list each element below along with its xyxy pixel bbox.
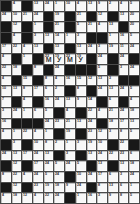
grid-cell-r10c7[interactable]: 13 [65, 97, 75, 107]
code-number: 3 [77, 33, 79, 37]
grid-cell-r12c5[interactable]: 24 [44, 119, 54, 129]
black-cell-r13c6 [54, 129, 64, 139]
grid-cell-r15c2[interactable]: 13 [12, 151, 22, 161]
grid-cell-r1c10[interactable]: 9 [97, 1, 107, 11]
code-number: 24 [34, 151, 38, 155]
grid-cell-r8c1[interactable]: 4 [1, 76, 11, 86]
code-number: 12 [98, 12, 102, 16]
grid-cell-r5c12[interactable]: 11 [119, 44, 129, 54]
code-number: 8 [2, 172, 4, 176]
grid-cell-r19c5[interactable]: 22 [44, 193, 54, 203]
grid-cell-r1c8[interactable]: 4 [76, 1, 86, 11]
grid-cell-r9c10[interactable]: 24 [97, 86, 107, 96]
grid-cell-r13c12[interactable]: 8 [119, 129, 129, 139]
grid-cell-r14c2[interactable]: 3 [12, 140, 22, 150]
grid-cell-r4c6[interactable]: 14 [54, 33, 64, 43]
grid-cell-r18c2[interactable]: 12 [12, 183, 22, 193]
grid-cell-r10c11[interactable]: 6 [108, 97, 118, 107]
grid-cell-r8c9[interactable]: 12 [87, 76, 97, 86]
grid-cell-r16c10[interactable]: 13 [97, 161, 107, 171]
grid-cell-r19c4[interactable]: 4 [33, 193, 43, 203]
code-number: 23 [55, 119, 59, 123]
code-number: 5 [130, 86, 132, 90]
codeword-puzzle: 4132411041392452410212419211213201212152… [0, 0, 140, 204]
grid-cell-r3c4[interactable]: 1 [33, 22, 43, 32]
grid-cell-r7c1[interactable]: 22 [1, 65, 11, 75]
grid-cell-r14c8[interactable]: 3 [76, 140, 86, 150]
puzzle-grid: 4132411041392452410212419211213201212152… [0, 0, 140, 204]
grid-cell-r18c10[interactable]: 8 [97, 183, 107, 193]
code-number: 4 [34, 129, 36, 133]
grid-cell-r14c10[interactable]: 10 [97, 140, 107, 150]
grid-cell-r17c11[interactable]: 6 [108, 172, 118, 182]
grid-cell-r4c5[interactable]: 13 [44, 33, 54, 43]
grid-cell-r18c12[interactable]: 6 [119, 183, 129, 193]
grid-cell-r2c10[interactable]: 12 [97, 12, 107, 22]
grid-cell-r5c3[interactable]: 4 [22, 44, 32, 54]
black-cell-r7c11 [108, 65, 118, 75]
grid-cell-r17c10[interactable]: 17 [97, 172, 107, 182]
grid-cell-r8c6[interactable]: 4 [54, 76, 64, 86]
grid-cell-r13c5[interactable]: 1 [44, 129, 54, 139]
code-number: 4 [66, 108, 68, 112]
grid-cell-r15c1[interactable]: 24 [1, 151, 11, 161]
code-number: 12 [23, 193, 27, 197]
grid-cell-r5c10[interactable]: 3 [97, 44, 107, 54]
code-number: 13 [34, 1, 38, 5]
grid-cell-r8c8[interactable]: 15 [76, 76, 86, 86]
grid-cell-r19c10[interactable]: 3 [97, 193, 107, 203]
grid-cell-r17c3[interactable]: 4 [22, 172, 32, 182]
grid-cell-r15c7[interactable]: 3 [65, 151, 75, 161]
code-number: 3 [109, 76, 111, 80]
grid-cell-r2c12[interactable]: 13 [119, 12, 129, 22]
grid-cell-r8c11[interactable]: 3 [108, 76, 118, 86]
given-letter: У [76, 56, 86, 64]
grid-cell-r10c5[interactable]: 16 [44, 97, 54, 107]
grid-cell-r17c8[interactable]: 10 [76, 172, 86, 182]
grid-cell-r2c3[interactable]: 21 [22, 12, 32, 22]
code-number: 3 [120, 65, 122, 69]
code-number: 4 [2, 129, 4, 133]
letter-cell-r6c8[interactable]: 19У [76, 54, 86, 64]
code-number: 21 [109, 108, 113, 112]
code-number: 8 [120, 193, 122, 197]
grid-cell-r5c8[interactable]: 13 [76, 44, 86, 54]
code-number: 10 [66, 1, 70, 5]
grid-cell-r9c2[interactable]: 13 [12, 86, 22, 96]
grid-cell-r15c10[interactable]: 24 [97, 151, 107, 161]
code-number: 3 [98, 44, 100, 48]
black-cell-r9c7 [65, 86, 75, 96]
grid-cell-r17c13[interactable]: 24 [129, 172, 139, 182]
grid-cell-r16c4[interactable]: 17 [33, 161, 43, 171]
grid-cell-r4c2[interactable]: 4 [12, 33, 22, 43]
grid-cell-r11c5[interactable]: 5 [44, 108, 54, 118]
black-cell-r15c8 [76, 151, 86, 161]
grid-cell-r10c13[interactable]: 4 [129, 97, 139, 107]
given-letter: М [65, 56, 75, 64]
code-number: 24 [98, 151, 102, 155]
code-number: 17 [23, 151, 27, 155]
code-number: 13 [88, 1, 92, 5]
grid-cell-r5c6[interactable]: 13 [54, 44, 64, 54]
grid-cell-r15c11[interactable]: 22 [108, 151, 118, 161]
code-number: 24 [88, 44, 92, 48]
grid-cell-r5c9[interactable]: 24 [87, 44, 97, 54]
grid-cell-r4c4[interactable]: 3 [33, 33, 43, 43]
grid-cell-r16c13[interactable]: 18 [129, 161, 139, 171]
code-number: 13 [13, 151, 17, 155]
code-number: 3 [120, 172, 122, 176]
grid-cell-r19c6[interactable]: 24 [54, 193, 64, 203]
grid-cell-r3c8[interactable]: 5 [76, 22, 86, 32]
code-number: 1 [23, 54, 25, 58]
grid-cell-r4c12[interactable]: 16 [119, 33, 129, 43]
black-cell-r6c11 [108, 54, 118, 64]
given-letter: У [54, 56, 64, 64]
grid-cell-r2c1[interactable]: 24 [1, 12, 11, 22]
grid-cell-r3c9[interactable]: 21 [87, 22, 97, 32]
grid-cell-r18c5[interactable]: 19 [44, 183, 54, 193]
grid-cell-r1c12[interactable]: 4 [119, 1, 129, 11]
grid-cell-r15c9[interactable]: 13 [87, 151, 97, 161]
code-number: 24 [130, 44, 134, 48]
black-cell-r18c9 [87, 183, 97, 193]
grid-cell-r19c13[interactable]: 5 [129, 193, 139, 203]
code-number: 13 [45, 33, 49, 37]
code-number: 5 [98, 65, 100, 69]
code-number: 7 [2, 97, 4, 101]
code-number: 21 [88, 22, 92, 26]
code-number: 4 [23, 44, 25, 48]
grid-cell-r16c6[interactable]: 5 [54, 161, 64, 171]
black-cell-r2c7 [65, 12, 75, 22]
code-number: 12 [13, 183, 17, 187]
code-number: 22 [2, 65, 6, 69]
grid-cell-r9c12[interactable]: 24 [119, 86, 129, 96]
code-number: 23 [120, 151, 124, 155]
code-number: 1 [23, 108, 25, 112]
code-number: 13 [120, 161, 124, 165]
code-number: 5 [130, 1, 132, 5]
grid-cell-r17c4[interactable]: 24 [33, 172, 43, 182]
code-number: 21 [66, 119, 70, 123]
grid-cell-r11c9[interactable]: 22 [87, 108, 97, 118]
grid-cell-r15c13[interactable]: 6 [129, 151, 139, 161]
black-cell-r18c3 [22, 183, 32, 193]
grid-cell-r14c7[interactable]: 1 [65, 140, 75, 150]
code-number: 13 [109, 22, 113, 26]
grid-cell-r4c8[interactable]: 3 [76, 33, 86, 43]
grid-cell-r18c6[interactable]: 18 [54, 183, 64, 193]
grid-cell-r4c11[interactable]: 1 [108, 33, 118, 43]
code-number: 1 [130, 183, 132, 187]
grid-cell-r5c4[interactable]: 13 [33, 44, 43, 54]
grid-cell-r16c2[interactable]: 12 [12, 161, 22, 171]
code-number: 22 [109, 151, 113, 155]
grid-cell-r3c2[interactable]: 12 [12, 22, 22, 32]
grid-cell-r17c9[interactable]: 24 [87, 172, 97, 182]
grid-cell-r18c4[interactable]: 23 [33, 183, 43, 193]
grid-cell-r11c12[interactable]: 24 [119, 108, 129, 118]
grid-cell-r13c1[interactable]: 4 [1, 129, 11, 139]
grid-cell-r7c10[interactable]: 5 [97, 65, 107, 75]
grid-cell-r7c2[interactable]: 18 [12, 65, 22, 75]
grid-cell-r6c1[interactable]: 4 [1, 54, 11, 64]
grid-cell-r11c11[interactable]: 21 [108, 108, 118, 118]
grid-cell-r15c12[interactable]: 23 [119, 151, 129, 161]
grid-cell-r15c4[interactable]: 24 [33, 151, 43, 161]
grid-cell-r9c13[interactable]: 5 [129, 86, 139, 96]
black-cell-r3c1 [1, 22, 11, 32]
grid-cell-r5c2[interactable]: 22 [12, 44, 22, 54]
grid-cell-r6c10[interactable]: 24 [97, 54, 107, 64]
grid-cell-r8c7[interactable]: 16 [65, 76, 75, 86]
grid-cell-r12c11[interactable]: 18 [108, 119, 118, 129]
code-number: 21 [77, 12, 81, 16]
code-number: 6 [34, 108, 36, 112]
code-number: 13 [45, 151, 49, 155]
code-number: 3 [77, 140, 79, 144]
code-number: 3 [66, 151, 68, 155]
code-number: 13 [77, 44, 81, 48]
grid-cell-r12c12[interactable]: 17 [119, 119, 129, 129]
letter-cell-r6c7[interactable]: 23М [65, 54, 75, 64]
code-number: 22 [45, 193, 49, 197]
code-number: 8 [98, 183, 100, 187]
code-number: 14 [88, 97, 92, 101]
grid-cell-r5c11[interactable]: 19 [108, 44, 118, 54]
grid-cell-r2c2[interactable]: 10 [12, 12, 22, 22]
black-cell-r6c13 [129, 54, 139, 64]
grid-cell-r1c6[interactable]: 1 [54, 1, 64, 11]
grid-cell-r1c7[interactable]: 10 [65, 1, 75, 11]
grid-cell-r18c7[interactable]: 9 [65, 183, 75, 193]
grid-cell-r5c13[interactable]: 24 [129, 44, 139, 54]
code-number: 4 [98, 22, 100, 26]
grid-cell-r16c7[interactable]: 24 [65, 161, 75, 171]
code-number: 13 [109, 86, 113, 90]
code-number: 22 [88, 108, 92, 112]
grid-cell-r1c2[interactable]: 4 [12, 1, 22, 11]
grid-cell-r4c7[interactable]: 1 [65, 33, 75, 43]
grid-cell-r4c13[interactable]: 5 [129, 33, 139, 43]
grid-cell-r13c9[interactable]: 23 [87, 129, 97, 139]
code-number: 22 [120, 140, 124, 144]
grid-cell-r3c13[interactable]: 20 [129, 22, 139, 32]
grid-cell-r7c6[interactable]: 24 [54, 65, 64, 75]
grid-cell-r19c8[interactable]: 1 [76, 193, 86, 203]
code-number: 6 [130, 151, 132, 155]
grid-cell-r13c13[interactable]: 5 [129, 129, 139, 139]
code-number: 5 [77, 161, 79, 165]
code-number: 19 [66, 129, 70, 133]
code-number: 4 [98, 108, 100, 112]
grid-cell-r14c4[interactable]: 10 [33, 140, 43, 150]
black-cell-r7c7 [65, 65, 75, 75]
code-number: 9 [66, 183, 68, 187]
code-number: 1 [109, 33, 111, 37]
grid-cell-r13c3[interactable]: 22 [22, 129, 32, 139]
code-number: 6 [109, 97, 111, 101]
grid-cell-r19c12[interactable]: 8 [119, 193, 129, 203]
code-number: 19 [109, 44, 113, 48]
grid-cell-r6c12[interactable]: 24 [119, 54, 129, 64]
black-cell-r7c9 [87, 65, 97, 75]
code-number: 22 [13, 44, 17, 48]
letter-cell-r6c5[interactable]: 23М [44, 54, 54, 64]
grid-cell-r9c8[interactable]: 8 [76, 86, 86, 96]
code-number: 23 [34, 183, 38, 187]
grid-cell-r11c3[interactable]: 1 [22, 108, 32, 118]
grid-cell-r17c2[interactable]: 22 [12, 172, 22, 182]
code-number: 13 [98, 76, 102, 80]
code-number: 24 [34, 12, 38, 16]
black-cell-r2c9 [87, 12, 97, 22]
grid-cell-r17c6[interactable]: 24 [54, 172, 64, 182]
grid-cell-r12c6[interactable]: 23 [54, 119, 64, 129]
code-number: 23 [88, 129, 92, 133]
grid-cell-r3c6[interactable]: 21 [54, 22, 64, 32]
grid-cell-r19c3[interactable]: 12 [22, 193, 32, 203]
black-cell-r10c2 [12, 97, 22, 107]
grid-cell-r2c4[interactable]: 24 [33, 12, 43, 22]
letter-cell-r6c6[interactable]: 19У [54, 54, 64, 64]
grid-cell-r12c9[interactable]: 24 [87, 119, 97, 129]
grid-cell-r10c8[interactable]: 9 [76, 97, 86, 107]
black-cell-r7c8 [76, 65, 86, 75]
code-number: 24 [98, 54, 102, 58]
code-number: 24 [34, 172, 38, 176]
grid-cell-r11c7[interactable]: 4 [65, 108, 75, 118]
code-number: 1 [66, 33, 68, 37]
grid-cell-r14c5[interactable]: 8 [44, 140, 54, 150]
grid-cell-r7c4[interactable]: 8 [33, 65, 43, 75]
grid-cell-r1c9[interactable]: 13 [87, 1, 97, 11]
grid-cell-r16c8[interactable]: 5 [76, 161, 86, 171]
grid-cell-r13c7[interactable]: 19 [65, 129, 75, 139]
code-number: 17 [2, 44, 6, 48]
code-number: 1 [55, 1, 57, 5]
black-cell-r19c7 [65, 193, 75, 203]
grid-cell-r10c9[interactable]: 14 [87, 97, 97, 107]
grid-cell-r9c6[interactable]: 2 [54, 86, 64, 96]
grid-cell-r11c10[interactable]: 4 [97, 108, 107, 118]
grid-cell-r16c12[interactable]: 13 [119, 161, 129, 171]
code-number: 3 [109, 129, 111, 133]
grid-cell-r14c9[interactable]: 19 [87, 140, 97, 150]
code-number: 5 [45, 172, 47, 176]
grid-cell-r7c13[interactable]: 24 [129, 65, 139, 75]
grid-cell-r13c10[interactable]: 12 [97, 129, 107, 139]
grid-cell-r9c11[interactable]: 13 [108, 86, 118, 96]
code-number: 19 [55, 12, 59, 16]
grid-cell-r11c4[interactable]: 6 [33, 108, 43, 118]
grid-cell-r10c1[interactable]: 7 [1, 97, 11, 107]
grid-cell-r1c13[interactable]: 5 [129, 1, 139, 11]
grid-cell-r17c5[interactable]: 5 [44, 172, 54, 182]
given-letter: М [44, 56, 54, 64]
grid-cell-r12c1[interactable]: 16 [1, 119, 11, 129]
grid-cell-r12c7[interactable]: 21 [65, 119, 75, 129]
code-number: 18 [13, 65, 17, 69]
grid-cell-r3c10[interactable]: 4 [97, 22, 107, 32]
grid-cell-r13c11[interactable]: 3 [108, 129, 118, 139]
code-number: 4 [130, 97, 132, 101]
grid-cell-r8c3[interactable]: 15 [22, 76, 32, 86]
grid-cell-r18c11[interactable]: 13 [108, 183, 118, 193]
grid-cell-r17c1[interactable]: 8 [1, 172, 11, 182]
grid-cell-r19c11[interactable]: 9 [108, 193, 118, 203]
code-number: 24 [77, 183, 81, 187]
grid-cell-r11c13[interactable]: 18 [129, 108, 139, 118]
grid-cell-r2c13[interactable]: 20 [129, 12, 139, 22]
grid-cell-r9c5[interactable]: 6 [44, 86, 54, 96]
grid-cell-r7c12[interactable]: 3 [119, 65, 129, 75]
grid-cell-r9c1[interactable]: 10 [1, 86, 11, 96]
grid-cell-r10c3[interactable]: 4 [22, 97, 32, 107]
grid-cell-r13c4[interactable]: 4 [33, 129, 43, 139]
black-cell-r2c11 [108, 12, 118, 22]
grid-cell-r18c13[interactable]: 1 [129, 183, 139, 193]
grid-cell-r18c8[interactable]: 24 [76, 183, 86, 193]
code-number: 1 [66, 140, 68, 144]
grid-cell-r10c6[interactable]: 24 [54, 97, 64, 107]
grid-cell-r3c11[interactable]: 13 [108, 22, 118, 32]
grid-cell-r12c13[interactable]: 13 [129, 119, 139, 129]
grid-cell-r17c12[interactable]: 3 [119, 172, 129, 182]
code-number: 10 [2, 86, 6, 90]
grid-cell-r14c12[interactable]: 22 [119, 140, 129, 150]
grid-cell-r5c1[interactable]: 17 [1, 44, 11, 54]
black-cell-r14c1 [1, 140, 11, 150]
code-number: 13 [88, 151, 92, 155]
grid-cell-r11c2[interactable]: 24 [12, 108, 22, 118]
grid-cell-r1c5[interactable]: 24 [44, 1, 54, 11]
grid-cell-r15c5[interactable]: 13 [44, 151, 54, 161]
grid-cell-r6c3[interactable]: 1 [22, 54, 32, 64]
grid-cell-r19c2[interactable]: 18 [12, 193, 22, 203]
code-number: 4 [2, 193, 4, 197]
grid-cell-r9c4[interactable]: 17 [33, 86, 43, 96]
grid-cell-r1c11[interactable]: 2 [108, 1, 118, 11]
grid-cell-r11c1[interactable]: 3 [1, 108, 11, 118]
grid-cell-r1c4[interactable]: 13 [33, 1, 43, 11]
grid-cell-r2c6[interactable]: 19 [54, 12, 64, 22]
code-number: 1 [34, 22, 36, 26]
code-number: 6 [109, 172, 111, 176]
black-cell-r13c8 [76, 129, 86, 139]
code-number: 24 [120, 108, 124, 112]
grid-cell-r2c8[interactable]: 21 [76, 12, 86, 22]
grid-cell-r8c5[interactable]: 8 [44, 76, 54, 86]
black-cell-r16c3 [22, 161, 32, 171]
grid-cell-r8c10[interactable]: 13 [97, 76, 107, 86]
grid-cell-r19c9[interactable]: 16 [87, 193, 97, 203]
code-number: 1 [13, 129, 15, 133]
grid-cell-r12c8[interactable]: 13 [76, 119, 86, 129]
black-cell-r3c5 [44, 22, 54, 32]
grid-cell-r16c5[interactable]: 24 [44, 161, 54, 171]
code-number: 4 [13, 1, 15, 5]
grid-cell-r9c3[interactable]: 8 [22, 86, 32, 96]
grid-cell-r15c3[interactable]: 17 [22, 151, 32, 161]
grid-cell-r19c1[interactable]: 4 [1, 193, 11, 203]
black-cell-r6c2 [12, 54, 22, 64]
grid-cell-r14c6[interactable]: 2 [54, 140, 64, 150]
grid-cell-r13c2[interactable]: 1 [12, 129, 22, 139]
